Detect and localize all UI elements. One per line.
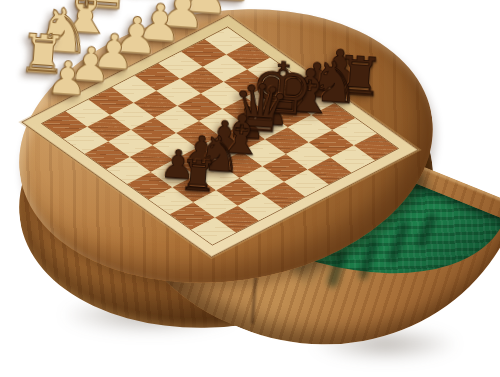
chess-set-photo-stage: ♜♞♝♛♚♝♞♜♟♟♟♟♟♟♟♟♟♟♟♟♟♟♟♟♜♞♝♛♚♝♞♜	[0, 0, 500, 377]
